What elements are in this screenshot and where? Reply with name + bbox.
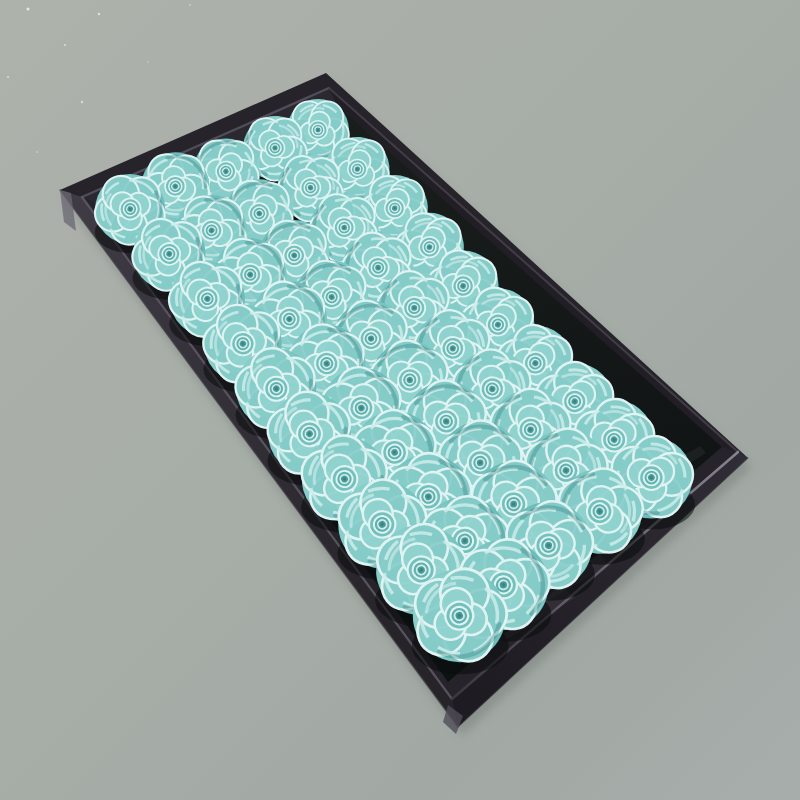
dust-speck xyxy=(64,44,66,46)
product-photo xyxy=(0,0,800,800)
rose-center xyxy=(317,129,319,131)
dust-speck xyxy=(147,61,149,63)
dust-speck xyxy=(7,76,9,78)
dust-speck xyxy=(27,8,30,11)
dust-speck xyxy=(81,101,83,103)
dust-speck xyxy=(189,4,191,6)
dust-speck xyxy=(36,151,38,153)
dust-speck xyxy=(98,13,100,15)
scene-canvas xyxy=(0,0,800,800)
